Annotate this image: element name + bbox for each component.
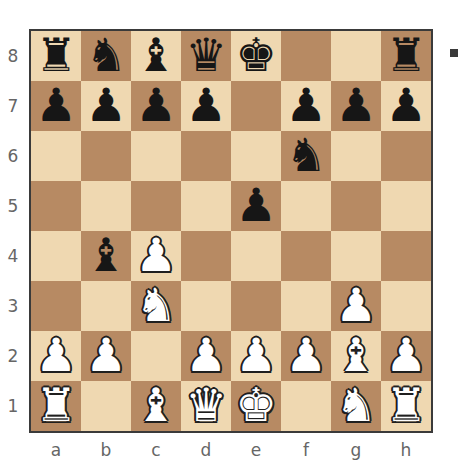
file-label-d: d — [181, 437, 231, 463]
square-g6[interactable] — [331, 131, 381, 181]
piece-black-knight[interactable]: ♞ — [85, 32, 126, 78]
piece-black-pawn[interactable]: ♟ — [385, 82, 426, 128]
square-a5[interactable] — [31, 181, 81, 231]
file-label-c: c — [131, 437, 181, 463]
square-b8[interactable]: ♞ — [81, 31, 131, 81]
square-d5[interactable] — [181, 181, 231, 231]
square-h8[interactable]: ♜ — [381, 31, 431, 81]
square-f6[interactable]: ♞ — [281, 131, 331, 181]
square-f1[interactable] — [281, 381, 331, 431]
rank-label-7: 7 — [0, 81, 26, 131]
piece-white-pawn[interactable]: ♟ — [285, 332, 326, 378]
rank-label-6: 6 — [0, 131, 26, 181]
square-a2[interactable]: ♟ — [31, 331, 81, 381]
square-a6[interactable] — [31, 131, 81, 181]
square-f2[interactable]: ♟ — [281, 331, 331, 381]
square-h3[interactable] — [381, 281, 431, 331]
square-h6[interactable] — [381, 131, 431, 181]
square-b2[interactable]: ♟ — [81, 331, 131, 381]
square-d8[interactable]: ♛ — [181, 31, 231, 81]
square-e3[interactable] — [231, 281, 281, 331]
square-e6[interactable] — [231, 131, 281, 181]
piece-white-pawn[interactable]: ♟ — [85, 332, 126, 378]
square-g4[interactable] — [331, 231, 381, 281]
square-d6[interactable] — [181, 131, 231, 181]
square-c3[interactable]: ♞ — [131, 281, 181, 331]
square-h2[interactable]: ♟ — [381, 331, 431, 381]
square-g8[interactable] — [331, 31, 381, 81]
square-c4[interactable]: ♟ — [131, 231, 181, 281]
square-b3[interactable] — [81, 281, 131, 331]
piece-white-pawn[interactable]: ♟ — [235, 332, 276, 378]
square-c5[interactable] — [131, 181, 181, 231]
piece-white-bishop[interactable]: ♝ — [135, 382, 176, 428]
black-to-move-indicator — [450, 49, 458, 57]
piece-black-bishop[interactable]: ♝ — [85, 232, 126, 278]
square-g3[interactable]: ♟ — [331, 281, 381, 331]
piece-black-pawn[interactable]: ♟ — [335, 82, 376, 128]
piece-black-rook[interactable]: ♜ — [385, 32, 426, 78]
piece-black-queen[interactable]: ♛ — [185, 32, 226, 78]
piece-black-pawn[interactable]: ♟ — [35, 82, 76, 128]
piece-black-pawn[interactable]: ♟ — [235, 182, 276, 228]
piece-black-knight[interactable]: ♞ — [285, 132, 326, 178]
square-a4[interactable] — [31, 231, 81, 281]
rank-label-1: 1 — [0, 381, 26, 431]
square-d2[interactable]: ♟ — [181, 331, 231, 381]
piece-black-pawn[interactable]: ♟ — [135, 82, 176, 128]
piece-white-pawn[interactable]: ♟ — [185, 332, 226, 378]
square-e8[interactable]: ♚ — [231, 31, 281, 81]
square-f5[interactable] — [281, 181, 331, 231]
file-label-g: g — [331, 437, 381, 463]
piece-white-knight[interactable]: ♞ — [135, 282, 176, 328]
square-h1[interactable]: ♜ — [381, 381, 431, 431]
square-h4[interactable] — [381, 231, 431, 281]
rank-label-2: 2 — [0, 331, 26, 381]
square-c6[interactable] — [131, 131, 181, 181]
piece-black-pawn[interactable]: ♟ — [85, 82, 126, 128]
square-d3[interactable] — [181, 281, 231, 331]
square-c7[interactable]: ♟ — [131, 81, 181, 131]
file-label-h: h — [381, 437, 431, 463]
square-g7[interactable]: ♟ — [331, 81, 381, 131]
square-a8[interactable]: ♜ — [31, 31, 81, 81]
square-a7[interactable]: ♟ — [31, 81, 81, 131]
square-d1[interactable]: ♛ — [181, 381, 231, 431]
piece-black-bishop[interactable]: ♝ — [135, 32, 176, 78]
piece-white-knight[interactable]: ♞ — [335, 382, 376, 428]
chess-board: ♜♞♝♛♚♜♟♟♟♟♟♟♟♞♟♝♟♞♟♟♟♟♟♟♝♟♜♝♛♚♞♜ — [31, 31, 431, 431]
square-e1[interactable]: ♚ — [231, 381, 281, 431]
piece-white-bishop[interactable]: ♝ — [335, 332, 376, 378]
file-label-b: b — [81, 437, 131, 463]
square-b7[interactable]: ♟ — [81, 81, 131, 131]
square-h5[interactable] — [381, 181, 431, 231]
square-b5[interactable] — [81, 181, 131, 231]
piece-white-pawn[interactable]: ♟ — [35, 332, 76, 378]
square-f3[interactable] — [281, 281, 331, 331]
square-d7[interactable]: ♟ — [181, 81, 231, 131]
square-f4[interactable] — [281, 231, 331, 281]
rank-label-8: 8 — [0, 31, 26, 81]
square-c2[interactable] — [131, 331, 181, 381]
file-label-e: e — [231, 437, 281, 463]
square-e7[interactable] — [231, 81, 281, 131]
square-g2[interactable]: ♝ — [331, 331, 381, 381]
board-frame: ♜♞♝♛♚♜♟♟♟♟♟♟♟♞♟♝♟♞♟♟♟♟♟♟♝♟♜♝♛♚♞♜ — [29, 29, 433, 433]
file-label-f: f — [281, 437, 331, 463]
piece-white-queen[interactable]: ♛ — [185, 382, 226, 428]
square-e2[interactable]: ♟ — [231, 331, 281, 381]
piece-black-rook[interactable]: ♜ — [35, 32, 76, 78]
square-g1[interactable]: ♞ — [331, 381, 381, 431]
piece-white-pawn[interactable]: ♟ — [385, 332, 426, 378]
piece-white-rook[interactable]: ♜ — [385, 382, 426, 428]
square-g5[interactable] — [331, 181, 381, 231]
square-h7[interactable]: ♟ — [381, 81, 431, 131]
square-b6[interactable] — [81, 131, 131, 181]
square-c1[interactable]: ♝ — [131, 381, 181, 431]
piece-white-king[interactable]: ♚ — [235, 382, 276, 428]
rank-label-4: 4 — [0, 231, 26, 281]
square-f7[interactable]: ♟ — [281, 81, 331, 131]
piece-black-king[interactable]: ♚ — [235, 32, 276, 78]
piece-black-pawn[interactable]: ♟ — [285, 82, 326, 128]
square-a1[interactable]: ♜ — [31, 381, 81, 431]
file-label-a: a — [31, 437, 81, 463]
square-f8[interactable] — [281, 31, 331, 81]
rank-label-5: 5 — [0, 181, 26, 231]
square-c8[interactable]: ♝ — [131, 31, 181, 81]
square-d4[interactable] — [181, 231, 231, 281]
square-e5[interactable]: ♟ — [231, 181, 281, 231]
piece-black-pawn[interactable]: ♟ — [185, 82, 226, 128]
square-b1[interactable] — [81, 381, 131, 431]
square-a3[interactable] — [31, 281, 81, 331]
square-e4[interactable] — [231, 231, 281, 281]
rank-label-3: 3 — [0, 281, 26, 331]
square-b4[interactable]: ♝ — [81, 231, 131, 281]
piece-white-pawn[interactable]: ♟ — [335, 282, 376, 328]
piece-white-rook[interactable]: ♜ — [35, 382, 76, 428]
piece-white-pawn[interactable]: ♟ — [135, 232, 176, 278]
